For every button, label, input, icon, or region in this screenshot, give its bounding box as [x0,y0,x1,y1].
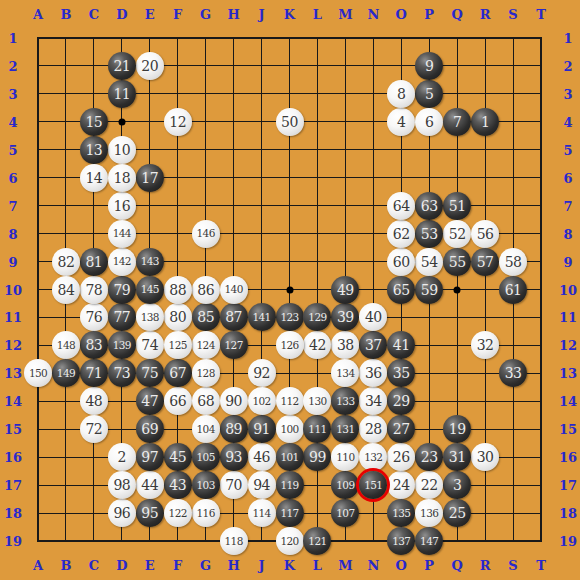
col-label-bottom-Q: Q [451,559,462,572]
stone-Q7[interactable]: 51 [443,192,471,220]
stone-K15[interactable]: 100 [276,415,304,443]
col-label-bottom-M: M [338,559,352,572]
stone-P16[interactable]: 23 [415,443,443,471]
stone-L14[interactable]: 130 [303,387,331,415]
stone-D10[interactable]: 79 [108,276,136,304]
stone-K4[interactable]: 50 [276,108,304,136]
move-number: 147 [420,536,438,547]
stone-R12[interactable]: 32 [471,331,499,359]
move-number: 62 [393,227,410,241]
move-number: 69 [141,422,158,436]
stone-P3[interactable]: 5 [415,80,443,108]
stone-N17[interactable]: 151 [359,471,387,499]
col-label-top-J: J [258,8,264,21]
move-number: 78 [85,283,102,297]
col-label-bottom-J: J [258,559,264,572]
stone-K11[interactable]: 123 [276,303,304,331]
move-number: 84 [58,283,75,297]
move-number: 83 [85,338,102,352]
grid-line-vertical [540,37,542,542]
stone-O13[interactable]: 35 [387,359,415,387]
move-number: 9 [425,59,433,73]
stone-G16[interactable]: 105 [192,443,220,471]
stone-C4[interactable]: 15 [80,108,108,136]
move-number: 54 [421,255,438,269]
stone-G10[interactable]: 86 [192,276,220,304]
move-number: 138 [141,312,159,323]
stone-M15[interactable]: 131 [331,415,359,443]
row-label-left-19: 19 [4,535,22,548]
col-label-bottom-K: K [284,559,295,572]
stone-J16[interactable]: 46 [248,443,276,471]
move-number: 71 [85,366,102,380]
move-number: 44 [141,478,158,492]
stone-P8[interactable]: 53 [415,220,443,248]
col-label-top-T: T [536,8,546,21]
col-label-top-G: G [200,8,211,21]
move-number: 39 [337,310,354,324]
move-number: 110 [336,452,354,463]
stone-E12[interactable]: 74 [136,331,164,359]
col-label-bottom-C: C [89,559,99,572]
stone-C6[interactable]: 14 [80,164,108,192]
col-label-top-B: B [60,8,71,21]
row-label-left-8: 8 [8,227,17,240]
stone-E13[interactable]: 75 [136,359,164,387]
move-number: 124 [197,340,215,351]
move-number: 7 [453,115,461,129]
row-label-right-8: 8 [563,227,572,240]
stone-N15[interactable]: 28 [359,415,387,443]
stone-Q9[interactable]: 55 [443,248,471,276]
move-number: 89 [225,422,242,436]
stone-C11[interactable]: 76 [80,303,108,331]
stone-C15[interactable]: 72 [80,415,108,443]
row-label-right-3: 3 [563,87,572,100]
col-label-bottom-G: G [200,559,211,572]
move-number: 2 [118,450,126,464]
move-number: 79 [113,283,130,297]
move-number: 86 [197,283,214,297]
stone-O9[interactable]: 60 [387,248,415,276]
row-label-right-15: 15 [559,423,577,436]
move-number: 49 [337,283,354,297]
stone-C10[interactable]: 78 [80,276,108,304]
move-number: 15 [85,115,102,129]
stone-O14[interactable]: 29 [387,387,415,415]
stone-D6[interactable]: 18 [108,164,136,192]
stone-N11[interactable]: 40 [359,303,387,331]
col-label-top-F: F [173,8,182,21]
stone-L19[interactable]: 121 [303,527,331,555]
stone-G13[interactable]: 128 [192,359,220,387]
move-number: 45 [169,450,186,464]
stone-P10[interactable]: 59 [415,276,443,304]
move-number: 70 [225,478,242,492]
stone-H10[interactable]: 140 [220,276,248,304]
stone-F11[interactable]: 80 [164,303,192,331]
stone-K14[interactable]: 112 [276,387,304,415]
stone-H11[interactable]: 87 [220,303,248,331]
move-number: 20 [141,59,158,73]
stone-E10[interactable]: 145 [136,276,164,304]
stone-O19[interactable]: 137 [387,527,415,555]
stone-C12[interactable]: 83 [80,331,108,359]
move-number: 11 [113,87,130,101]
stone-G8[interactable]: 146 [192,220,220,248]
col-label-bottom-F: F [173,559,182,572]
move-number: 131 [336,424,354,435]
move-number: 34 [365,394,382,408]
move-number: 52 [449,227,466,241]
move-number: 6 [425,115,433,129]
move-number: 134 [336,368,354,379]
stone-H14[interactable]: 90 [220,387,248,415]
stone-E14[interactable]: 47 [136,387,164,415]
star-point-K10 [286,286,293,293]
stone-J14[interactable]: 102 [248,387,276,415]
stone-C9[interactable]: 81 [80,248,108,276]
stone-E16[interactable]: 97 [136,443,164,471]
move-number: 146 [197,228,215,239]
stone-P19[interactable]: 147 [415,527,443,555]
stone-P18[interactable]: 136 [415,499,443,527]
col-label-bottom-E: E [145,559,155,572]
stone-D9[interactable]: 142 [108,248,136,276]
stone-O16[interactable]: 26 [387,443,415,471]
stone-O10[interactable]: 65 [387,276,415,304]
stone-E2[interactable]: 20 [136,52,164,80]
stone-D17[interactable]: 98 [108,471,136,499]
stone-E15[interactable]: 69 [136,415,164,443]
stone-S10[interactable]: 61 [499,276,527,304]
move-number: 29 [393,394,410,408]
move-number: 100 [280,424,298,435]
move-number: 56 [477,227,494,241]
move-number: 126 [280,340,298,351]
row-label-left-3: 3 [8,87,17,100]
move-number: 59 [421,283,438,297]
stone-B13[interactable]: 149 [52,359,80,387]
move-number: 145 [141,284,159,295]
stone-O17[interactable]: 24 [387,471,415,499]
col-label-top-R: R [480,8,491,21]
stone-L16[interactable]: 99 [303,443,331,471]
stone-S13[interactable]: 33 [499,359,527,387]
stone-R16[interactable]: 30 [471,443,499,471]
move-number: 76 [85,310,102,324]
stone-L11[interactable]: 129 [303,303,331,331]
stone-E9[interactable]: 143 [136,248,164,276]
stone-N16[interactable]: 132 [359,443,387,471]
col-label-bottom-O: O [396,559,407,572]
stone-D13[interactable]: 73 [108,359,136,387]
move-number: 102 [252,396,270,407]
stone-R4[interactable]: 1 [471,108,499,136]
move-number: 16 [113,199,130,213]
col-label-top-H: H [227,8,239,21]
move-number: 18 [113,171,130,185]
go-board[interactable]: AABBCCDDEEFFGGHHJJKKLLMMNNOOPPQQRRSSTT11… [0,0,580,580]
move-number: 66 [169,394,186,408]
stone-B12[interactable]: 148 [52,331,80,359]
move-number: 67 [169,366,186,380]
move-number: 36 [365,366,382,380]
stone-O4[interactable]: 4 [387,108,415,136]
stone-P4[interactable]: 6 [415,108,443,136]
stone-O12[interactable]: 41 [387,331,415,359]
stone-H12[interactable]: 127 [220,331,248,359]
move-number: 26 [393,450,410,464]
move-number: 112 [280,396,298,407]
stone-P2[interactable]: 9 [415,52,443,80]
stone-C14[interactable]: 48 [80,387,108,415]
stone-C5[interactable]: 13 [80,136,108,164]
row-label-left-11: 11 [4,311,22,324]
move-number: 4 [397,115,405,129]
col-label-top-S: S [508,8,517,21]
stone-K17[interactable]: 119 [276,471,304,499]
stone-L15[interactable]: 111 [303,415,331,443]
stone-M11[interactable]: 39 [331,303,359,331]
stone-F4[interactable]: 12 [164,108,192,136]
stone-D2[interactable]: 21 [108,52,136,80]
stone-E17[interactable]: 44 [136,471,164,499]
stone-E18[interactable]: 95 [136,499,164,527]
stone-O15[interactable]: 27 [387,415,415,443]
row-label-right-13: 13 [559,367,577,380]
stone-D11[interactable]: 77 [108,303,136,331]
star-point-Q10 [454,286,461,293]
row-label-right-19: 19 [559,535,577,548]
stone-F13[interactable]: 67 [164,359,192,387]
move-number: 127 [224,340,242,351]
move-number: 10 [113,143,130,157]
stone-G14[interactable]: 68 [192,387,220,415]
stone-N12[interactable]: 37 [359,331,387,359]
stone-K19[interactable]: 120 [276,527,304,555]
stone-Q8[interactable]: 52 [443,220,471,248]
star-point-D4 [118,118,125,125]
stone-Q4[interactable]: 7 [443,108,471,136]
move-number: 88 [169,283,186,297]
stone-M17[interactable]: 109 [331,471,359,499]
stone-P17[interactable]: 22 [415,471,443,499]
move-number: 111 [308,424,326,435]
move-number: 119 [280,480,298,491]
col-label-bottom-H: H [227,559,239,572]
stone-F10[interactable]: 88 [164,276,192,304]
stone-K12[interactable]: 126 [276,331,304,359]
stone-O3[interactable]: 8 [387,80,415,108]
row-label-right-14: 14 [559,395,577,408]
stone-J17[interactable]: 94 [248,471,276,499]
move-number: 104 [197,424,215,435]
row-label-left-16: 16 [4,451,22,464]
col-label-top-P: P [424,8,434,21]
stone-G11[interactable]: 85 [192,303,220,331]
stone-K18[interactable]: 117 [276,499,304,527]
move-number: 73 [113,366,130,380]
move-number: 133 [336,396,354,407]
stone-F12[interactable]: 125 [164,331,192,359]
stone-G12[interactable]: 124 [192,331,220,359]
move-number: 116 [197,508,215,519]
stone-M14[interactable]: 133 [331,387,359,415]
col-label-top-Q: Q [451,8,462,21]
stone-H15[interactable]: 89 [220,415,248,443]
stone-G15[interactable]: 104 [192,415,220,443]
stone-K16[interactable]: 101 [276,443,304,471]
move-number: 14 [85,171,102,185]
stone-E6[interactable]: 17 [136,164,164,192]
move-number: 95 [141,506,158,520]
col-label-bottom-D: D [116,559,127,572]
move-number: 25 [449,506,466,520]
col-label-bottom-T: T [536,559,546,572]
move-number: 21 [113,59,130,73]
stone-D8[interactable]: 144 [108,220,136,248]
stone-C13[interactable]: 71 [80,359,108,387]
move-number: 35 [393,366,410,380]
move-number: 87 [225,310,242,324]
move-number: 101 [280,452,298,463]
stone-H17[interactable]: 70 [220,471,248,499]
stone-F14[interactable]: 66 [164,387,192,415]
stone-M18[interactable]: 107 [331,499,359,527]
stone-N13[interactable]: 36 [359,359,387,387]
move-number: 114 [252,508,270,519]
stone-D16[interactable]: 2 [108,443,136,471]
stone-M13[interactable]: 134 [331,359,359,387]
stone-L12[interactable]: 42 [303,331,331,359]
stone-D12[interactable]: 139 [108,331,136,359]
row-label-right-11: 11 [559,311,577,324]
move-number: 90 [225,394,242,408]
move-number: 74 [141,338,158,352]
move-number: 31 [449,450,466,464]
move-number: 19 [449,422,466,436]
move-number: 42 [309,338,326,352]
stone-B10[interactable]: 84 [52,276,80,304]
stone-S9[interactable]: 58 [499,248,527,276]
stone-D5[interactable]: 10 [108,136,136,164]
stone-A13[interactable]: 150 [24,359,52,387]
col-label-top-M: M [338,8,352,21]
row-label-left-9: 9 [8,255,17,268]
row-label-right-12: 12 [559,339,577,352]
col-label-bottom-P: P [424,559,434,572]
stone-P9[interactable]: 54 [415,248,443,276]
move-number: 143 [141,256,159,267]
row-label-left-10: 10 [4,283,22,296]
col-label-bottom-L: L [313,559,322,572]
col-label-top-L: L [313,8,322,21]
move-number: 107 [336,508,354,519]
move-number: 77 [113,310,130,324]
stone-F18[interactable]: 122 [164,499,192,527]
stone-M10[interactable]: 49 [331,276,359,304]
stone-F16[interactable]: 45 [164,443,192,471]
stone-O8[interactable]: 62 [387,220,415,248]
stone-B9[interactable]: 82 [52,248,80,276]
stone-D3[interactable]: 11 [108,80,136,108]
row-label-right-2: 2 [563,59,572,72]
row-label-right-5: 5 [563,143,572,156]
move-number: 97 [141,450,158,464]
stone-E11[interactable]: 138 [136,303,164,331]
stone-O7[interactable]: 64 [387,192,415,220]
move-number: 121 [308,536,326,547]
stone-J18[interactable]: 114 [248,499,276,527]
row-label-left-4: 4 [8,115,17,128]
move-number: 91 [253,422,270,436]
stone-J11[interactable]: 141 [248,303,276,331]
move-number: 1 [481,115,489,129]
col-label-top-C: C [89,8,99,21]
col-label-bottom-S: S [508,559,517,572]
row-label-right-4: 4 [563,115,572,128]
stone-N14[interactable]: 34 [359,387,387,415]
move-number: 81 [85,255,102,269]
stone-Q17[interactable]: 3 [443,471,471,499]
stone-H19[interactable]: 118 [220,527,248,555]
stone-Q18[interactable]: 25 [443,499,471,527]
move-number: 139 [113,340,131,351]
move-number: 12 [169,115,186,129]
stone-M16[interactable]: 110 [331,443,359,471]
stone-Q15[interactable]: 19 [443,415,471,443]
stone-O18[interactable]: 135 [387,499,415,527]
move-number: 129 [308,312,326,323]
stone-R9[interactable]: 57 [471,248,499,276]
row-label-right-18: 18 [559,507,577,520]
stone-H16[interactable]: 93 [220,443,248,471]
row-label-left-17: 17 [4,479,22,492]
move-number: 98 [113,478,130,492]
stone-J15[interactable]: 91 [248,415,276,443]
move-number: 117 [280,508,298,519]
move-number: 148 [57,340,75,351]
stone-D7[interactable]: 16 [108,192,136,220]
stone-J13[interactable]: 92 [248,359,276,387]
move-number: 150 [29,368,47,379]
move-number: 61 [505,283,522,297]
stone-G18[interactable]: 116 [192,499,220,527]
move-number: 128 [197,368,215,379]
stone-G17[interactable]: 103 [192,471,220,499]
move-number: 118 [224,536,242,547]
stone-Q16[interactable]: 31 [443,443,471,471]
move-number: 103 [197,480,215,491]
move-number: 64 [393,199,410,213]
stone-P7[interactable]: 63 [415,192,443,220]
move-number: 23 [421,450,438,464]
row-label-right-17: 17 [559,479,577,492]
row-label-right-9: 9 [563,255,572,268]
stone-M12[interactable]: 38 [331,331,359,359]
move-number: 63 [421,199,438,213]
move-number: 32 [477,338,494,352]
stone-R8[interactable]: 56 [471,220,499,248]
stone-D18[interactable]: 96 [108,499,136,527]
move-number: 65 [393,283,410,297]
row-label-left-2: 2 [8,59,17,72]
move-number: 37 [365,338,382,352]
move-number: 75 [141,366,158,380]
move-number: 72 [85,422,102,436]
stone-F17[interactable]: 43 [164,471,192,499]
